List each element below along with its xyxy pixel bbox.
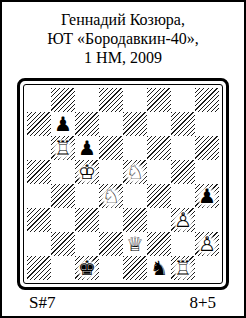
square-h8 <box>195 88 219 112</box>
diagram-caption: S#7 8+5 <box>2 293 244 313</box>
square-c2 <box>75 232 99 256</box>
square-h4: ♟ <box>195 184 219 208</box>
square-e3 <box>123 208 147 232</box>
square-d6 <box>99 136 123 160</box>
square-b4 <box>51 184 75 208</box>
white-knight-icon: ♘ <box>123 160 147 184</box>
white-pawn-icon: ♙ <box>195 232 219 256</box>
square-e4 <box>123 184 147 208</box>
square-g3: ♙ <box>171 208 195 232</box>
square-b5 <box>51 160 75 184</box>
black-pawn-icon: ♟ <box>51 112 75 136</box>
square-c3 <box>75 208 99 232</box>
square-a2 <box>27 232 51 256</box>
white-rook-icon: ♖ <box>51 136 75 160</box>
white-knight-icon: ♘ <box>99 184 123 208</box>
white-queen-icon: ♕ <box>123 232 147 256</box>
black-pawn-icon: ♟ <box>75 136 99 160</box>
square-h6 <box>195 136 219 160</box>
square-b1 <box>51 256 75 280</box>
square-c6: ♟ <box>75 136 99 160</box>
square-e2: ♕ <box>123 232 147 256</box>
square-d7 <box>99 112 123 136</box>
square-f7 <box>147 112 171 136</box>
black-knight-icon: ♞ <box>147 256 171 280</box>
square-h7 <box>195 112 219 136</box>
award-year: 1 HM, 2009 <box>2 48 244 67</box>
square-g8 <box>171 88 195 112</box>
square-f6 <box>147 136 171 160</box>
square-f8 <box>147 88 171 112</box>
material-count-label: 8+5 <box>189 293 216 313</box>
square-c8 <box>75 88 99 112</box>
black-king-icon: ♚ <box>75 256 99 280</box>
square-d8 <box>99 88 123 112</box>
square-h5 <box>195 160 219 184</box>
square-d3 <box>99 208 123 232</box>
square-h1 <box>195 256 219 280</box>
stipulation-label: S#7 <box>29 293 55 313</box>
square-a3 <box>27 208 51 232</box>
square-d4: ♘ <box>99 184 123 208</box>
square-c7 <box>75 112 99 136</box>
board-outer-frame: ♟♖♟♔♘♘♟♙♕♙♚♞♖ <box>17 78 229 290</box>
square-f3 <box>147 208 171 232</box>
square-c5: ♔ <box>75 160 99 184</box>
white-pawn-icon: ♙ <box>171 208 195 232</box>
square-c4 <box>75 184 99 208</box>
square-g6 <box>171 136 195 160</box>
square-g1: ♖ <box>171 256 195 280</box>
board-wrap: ♟♖♟♔♘♘♟♙♕♙♚♞♖ <box>2 78 244 290</box>
square-a7 <box>27 112 51 136</box>
chess-board: ♟♖♟♔♘♘♟♙♕♙♚♞♖ <box>27 88 219 280</box>
square-f2 <box>147 232 171 256</box>
square-e7 <box>123 112 147 136</box>
square-e8 <box>123 88 147 112</box>
square-d2 <box>99 232 123 256</box>
square-g5 <box>171 160 195 184</box>
square-g2 <box>171 232 195 256</box>
square-e6 <box>123 136 147 160</box>
square-d5 <box>99 160 123 184</box>
author-name: Геннадий Козюра, <box>2 10 244 29</box>
black-pawn-icon: ♟ <box>195 184 219 208</box>
square-a6 <box>27 136 51 160</box>
square-b8 <box>51 88 75 112</box>
problem-header: Геннадий Козюра, ЮТ «Бородавкин-40», 1 H… <box>2 2 244 67</box>
tourney-name: ЮТ «Бородавкин-40», <box>2 29 244 48</box>
square-b7: ♟ <box>51 112 75 136</box>
square-a1 <box>27 256 51 280</box>
square-e5: ♘ <box>123 160 147 184</box>
board-inner-frame: ♟♖♟♔♘♘♟♙♕♙♚♞♖ <box>23 84 223 284</box>
square-e1 <box>123 256 147 280</box>
square-a8 <box>27 88 51 112</box>
square-g7 <box>171 112 195 136</box>
square-c1: ♚ <box>75 256 99 280</box>
square-g4 <box>171 184 195 208</box>
square-f5 <box>147 160 171 184</box>
white-king-icon: ♔ <box>75 160 99 184</box>
square-h3 <box>195 208 219 232</box>
square-a4 <box>27 184 51 208</box>
square-b2 <box>51 232 75 256</box>
square-b3 <box>51 208 75 232</box>
square-a5 <box>27 160 51 184</box>
square-d1 <box>99 256 123 280</box>
problem-diagram-page: Геннадий Козюра, ЮТ «Бородавкин-40», 1 H… <box>0 0 246 318</box>
square-b6: ♖ <box>51 136 75 160</box>
square-f4 <box>147 184 171 208</box>
white-rook-icon: ♖ <box>171 256 195 280</box>
square-f1: ♞ <box>147 256 171 280</box>
square-h2: ♙ <box>195 232 219 256</box>
